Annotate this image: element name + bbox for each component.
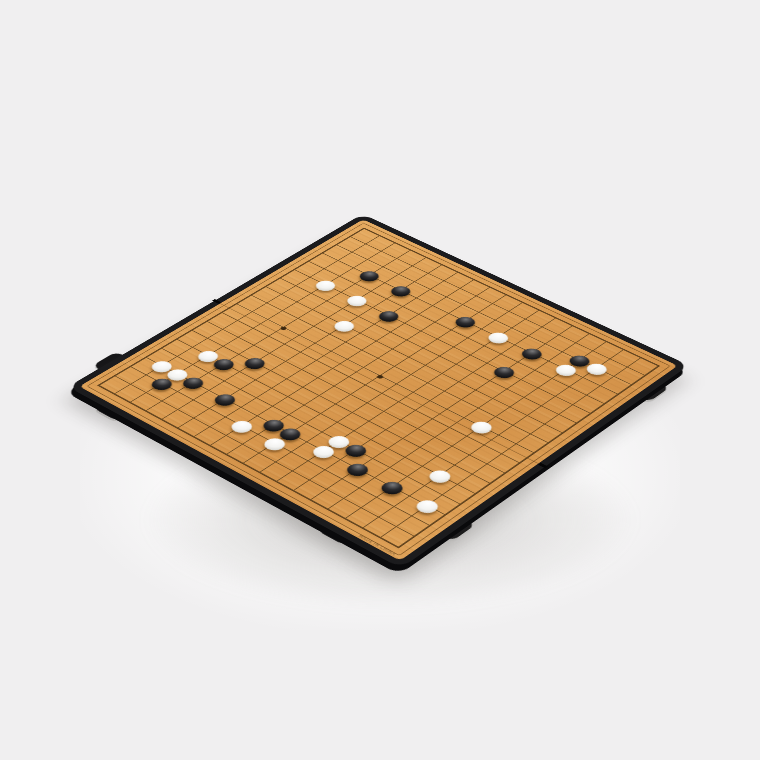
black-stone [211, 391, 240, 407]
white-stone [148, 358, 176, 374]
black-stone [490, 364, 518, 380]
star-point [461, 320, 469, 325]
star-point [376, 374, 384, 379]
white-stone [425, 467, 455, 485]
black-stone [565, 353, 593, 369]
white-stone [260, 435, 289, 452]
board-fold-seam [220, 303, 539, 463]
star-point [388, 485, 397, 490]
black-stone [377, 479, 407, 497]
star-point [365, 274, 373, 278]
star-point [477, 425, 486, 430]
black-stone [518, 346, 546, 362]
white-stone [552, 362, 580, 378]
white-stone [484, 330, 512, 345]
black-stone [387, 284, 414, 299]
star-point [189, 380, 198, 385]
black-stone [179, 375, 207, 391]
fold-hinge-notch [538, 463, 548, 469]
white-stone [312, 278, 339, 293]
black-stone [356, 269, 383, 283]
white-stone [583, 361, 611, 377]
black-stone [341, 442, 370, 459]
black-stone [148, 376, 176, 392]
product-photo-scene: MADE IN CHINA [0, 0, 760, 760]
white-stone [330, 318, 358, 333]
white-stone [194, 348, 222, 364]
black-stone [259, 417, 288, 434]
star-point [286, 431, 295, 436]
black-stone [276, 426, 305, 443]
black-stone [343, 461, 373, 478]
white-stone [227, 418, 256, 435]
white-stone [467, 419, 496, 436]
black-stone [210, 356, 238, 372]
white-stone [163, 367, 191, 383]
black-stone [241, 355, 269, 371]
white-stone [324, 433, 353, 450]
black-stone [375, 309, 402, 324]
black-stone [451, 314, 478, 329]
star-point [562, 368, 570, 373]
white-stone [309, 443, 338, 460]
star-point [279, 326, 287, 331]
white-stone [343, 293, 370, 308]
white-stone [412, 497, 442, 515]
